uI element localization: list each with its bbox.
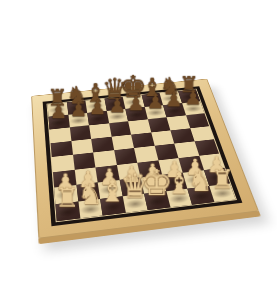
white-rook-a1: ♜ — [52, 169, 83, 211]
board-border-line: ♜♞♝♛♚♝♞♜♟♟♟♟♟♟♟♟♟♟♟♟♟♟♟♟♜♞♝♛♚♝♞♜ — [43, 86, 243, 226]
wooden-chess-set-photo: ♜♞♝♛♚♝♞♜♟♟♟♟♟♟♟♟♟♟♟♟♟♟♟♟♜♞♝♛♚♝♞♜ — [0, 0, 277, 288]
square-c6 — [89, 123, 111, 138]
square-a6 — [50, 127, 71, 143]
square-a1: ♜ — [55, 201, 79, 221]
product-photo: { "game": { "name": "chess", "descriptio… — [0, 0, 277, 288]
square-b6 — [69, 125, 91, 140]
chess-board: ♜♞♝♛♚♝♞♜♟♟♟♟♟♟♟♟♟♟♟♟♟♟♟♟♜♞♝♛♚♝♞♜ — [31, 79, 259, 239]
board-frame: ♜♞♝♛♚♝♞♜♟♟♟♟♟♟♟♟♟♟♟♟♟♟♟♟♜♞♝♛♚♝♞♜ — [31, 79, 259, 239]
board-grid: ♜♞♝♛♚♝♞♜♟♟♟♟♟♟♟♟♟♟♟♟♟♟♟♟♜♞♝♛♚♝♞♜ — [47, 89, 235, 221]
black-pawn-a7: ♟ — [45, 86, 72, 122]
